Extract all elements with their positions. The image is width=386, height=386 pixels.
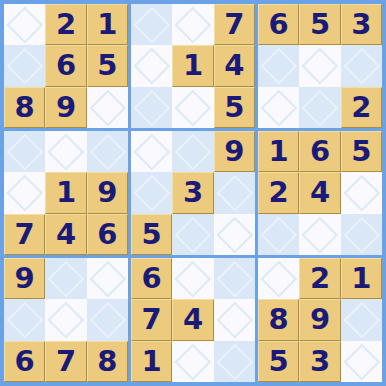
cell-r3c4[interactable] [131,87,172,128]
digit: 1 [142,347,162,376]
digit: 1 [351,264,371,293]
cell-r2c8[interactable] [299,45,340,86]
digit: 5 [310,10,330,39]
digit: 7 [142,305,162,334]
cell-r7c8[interactable]: 2 [299,258,340,299]
cell-r6c3[interactable]: 6 [87,214,128,255]
diamond-icon [134,7,170,43]
cell-r4c1[interactable] [4,131,45,172]
digit: 1 [97,10,117,39]
diamond-icon [175,134,211,170]
cell-r7c3[interactable] [87,258,128,299]
diamond-icon [175,89,211,125]
cell-r3c8[interactable] [299,87,340,128]
cell-r9c4[interactable]: 1 [131,341,172,382]
cell-r8c7[interactable]: 8 [258,299,299,340]
digit: 3 [183,178,203,207]
digit: 7 [56,347,76,376]
cell-r8c8[interactable]: 9 [299,299,340,340]
diamond-icon [302,216,338,252]
cell-r8c6[interactable] [214,299,255,340]
cell-r6c4[interactable]: 5 [131,214,172,255]
cell-r3c2[interactable]: 9 [45,87,86,128]
cell-r9c9[interactable] [341,341,382,382]
diamond-icon [175,343,211,379]
digit: 9 [15,264,35,293]
cell-r7c1[interactable]: 9 [4,258,45,299]
cell-r1c4[interactable] [131,4,172,45]
cell-r9c1[interactable]: 6 [4,341,45,382]
cell-r6c8[interactable] [299,214,340,255]
cell-r1c9[interactable]: 3 [341,4,382,45]
digit: 6 [310,137,330,166]
diamond-icon [216,175,252,211]
digit: 5 [97,51,117,80]
digit: 9 [310,305,330,334]
digit: 5 [224,93,244,122]
cell-r2c3[interactable]: 5 [87,45,128,86]
cell-r9c7[interactable]: 5 [258,341,299,382]
digit: 9 [97,178,117,207]
cell-r1c1[interactable] [4,4,45,45]
digit: 1 [269,137,289,166]
diamond-icon [48,302,84,338]
digit: 4 [56,220,76,249]
cell-r5c9[interactable] [341,172,382,213]
cell-r7c2[interactable] [45,258,86,299]
cell-r1c2[interactable]: 2 [45,4,86,45]
cell-r7c5[interactable] [172,258,213,299]
cell-r3c9[interactable]: 2 [341,87,382,128]
cell-r7c6[interactable] [214,258,255,299]
digit: 4 [310,178,330,207]
diamond-icon [89,134,125,170]
cell-r8c5[interactable]: 4 [172,299,213,340]
cell-r2c4[interactable] [131,45,172,86]
digit: 1 [183,51,203,80]
digit: 6 [15,347,35,376]
diamond-icon [7,302,43,338]
cell-r9c5[interactable] [172,341,213,382]
diamond-icon [89,261,125,297]
box-r1c3: 6532 [258,4,382,128]
diamond-icon [261,261,297,297]
diamond-icon [216,343,252,379]
cell-r4c8[interactable]: 6 [299,131,340,172]
digit: 3 [351,10,371,39]
cell-r5c6[interactable] [214,172,255,213]
cell-r3c1[interactable]: 8 [4,87,45,128]
digit: 8 [15,93,35,122]
diamond-icon [134,134,170,170]
cell-r4c3[interactable] [87,131,128,172]
digit: 4 [183,305,203,334]
diamond-icon [134,89,170,125]
diamond-icon [7,48,43,84]
diamond-icon [343,175,379,211]
digit: 2 [56,10,76,39]
digit: 5 [351,137,371,166]
cell-r8c3[interactable] [87,299,128,340]
diamond-icon [261,89,297,125]
digit: 7 [15,220,35,249]
diamond-icon [7,175,43,211]
cell-r5c1[interactable] [4,172,45,213]
digit: 6 [97,220,117,249]
cell-r6c1[interactable]: 7 [4,214,45,255]
cell-r1c8[interactable]: 5 [299,4,340,45]
cell-r2c2[interactable]: 6 [45,45,86,86]
cell-r5c3[interactable]: 9 [87,172,128,213]
cell-r1c5[interactable] [172,4,213,45]
cell-r3c5[interactable] [172,87,213,128]
cell-r9c3[interactable]: 8 [87,341,128,382]
cell-r7c7[interactable] [258,258,299,299]
diamond-icon [343,48,379,84]
digit: 3 [310,347,330,376]
cell-r4c4[interactable] [131,131,172,172]
box-r3c1: 9678 [4,258,128,382]
cell-r9c2[interactable]: 7 [45,341,86,382]
digit: 7 [224,10,244,39]
diamond-icon [302,89,338,125]
cell-r4c7[interactable]: 1 [258,131,299,172]
cell-r8c2[interactable] [45,299,86,340]
cell-r8c4[interactable]: 7 [131,299,172,340]
cell-r2c1[interactable] [4,45,45,86]
cell-r6c2[interactable]: 4 [45,214,86,255]
diamond-icon [48,134,84,170]
cell-r7c4[interactable]: 6 [131,258,172,299]
cell-r4c2[interactable] [45,131,86,172]
digit: 2 [351,93,371,122]
sudoku-board: 2165897145653219746935165249678674121895… [0,0,386,386]
cell-r5c2[interactable]: 1 [45,172,86,213]
cell-r3c7[interactable] [258,87,299,128]
cell-r6c7[interactable] [258,214,299,255]
box-r3c2: 6741 [131,258,255,382]
cell-r2c5[interactable]: 1 [172,45,213,86]
diamond-icon [134,48,170,84]
diamond-icon [48,261,84,297]
digit: 5 [269,347,289,376]
digit: 8 [269,305,289,334]
cell-r5c5[interactable]: 3 [172,172,213,213]
cell-r8c9[interactable] [341,299,382,340]
diamond-icon [89,89,125,125]
cell-r2c9[interactable] [341,45,382,86]
digit: 8 [97,347,117,376]
box-r3c3: 218953 [258,258,382,382]
digit: 5 [142,220,162,249]
diamond-icon [261,48,297,84]
cell-r1c6[interactable]: 7 [214,4,255,45]
diamond-icon [216,261,252,297]
diamond-icon [343,302,379,338]
digit: 2 [310,264,330,293]
cell-r1c7[interactable]: 6 [258,4,299,45]
cell-r5c7[interactable]: 2 [258,172,299,213]
diamond-icon [134,175,170,211]
cell-r6c5[interactable] [172,214,213,255]
diamond-icon [343,216,379,252]
digit: 9 [56,93,76,122]
digit: 1 [56,178,76,207]
diamond-icon [216,216,252,252]
diamond-icon [175,261,211,297]
box-r2c2: 935 [131,131,255,255]
box-r2c1: 19746 [4,131,128,255]
digit: 9 [224,137,244,166]
cell-r9c8[interactable]: 3 [299,341,340,382]
digit: 4 [224,51,244,80]
cell-r2c6[interactable]: 4 [214,45,255,86]
cell-r4c5[interactable] [172,131,213,172]
diamond-icon [7,7,43,43]
digit: 2 [269,178,289,207]
diamond-icon [261,216,297,252]
cell-r6c6[interactable] [214,214,255,255]
cell-r3c3[interactable] [87,87,128,128]
cell-r5c8[interactable]: 4 [299,172,340,213]
digit: 6 [142,264,162,293]
digit: 6 [269,10,289,39]
box-r1c1: 216589 [4,4,128,128]
diamond-icon [7,134,43,170]
diamond-icon [343,343,379,379]
cell-r1c3[interactable]: 1 [87,4,128,45]
cell-r4c6[interactable]: 9 [214,131,255,172]
box-r1c2: 7145 [131,4,255,128]
cell-r9c6[interactable] [214,341,255,382]
cell-r3c6[interactable]: 5 [214,87,255,128]
digit: 6 [56,51,76,80]
cell-r4c9[interactable]: 5 [341,131,382,172]
diamond-icon [302,48,338,84]
cell-r2c7[interactable] [258,45,299,86]
cell-r8c1[interactable] [4,299,45,340]
box-r2c3: 16524 [258,131,382,255]
diamond-icon [216,302,252,338]
diamond-icon [175,7,211,43]
diamond-icon [175,216,211,252]
cell-r5c4[interactable] [131,172,172,213]
diamond-icon [89,302,125,338]
cell-r7c9[interactable]: 1 [341,258,382,299]
cell-r6c9[interactable] [341,214,382,255]
